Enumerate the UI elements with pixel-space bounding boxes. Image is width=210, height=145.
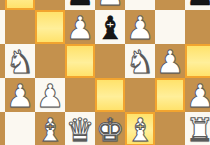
square-b1[interactable]: [5, 112, 35, 145]
white-pawn-piece[interactable]: ♟: [6, 79, 35, 113]
square-h5[interactable]: ♟: [185, 0, 210, 10]
square-f1[interactable]: ♝: [125, 112, 155, 145]
square-c3[interactable]: [35, 44, 65, 78]
white-rook-piece[interactable]: ♜: [186, 113, 210, 145]
square-c1[interactable]: ♝: [35, 112, 65, 145]
square-c2[interactable]: ♟: [35, 78, 65, 112]
square-d3[interactable]: [65, 44, 95, 78]
square-h1[interactable]: ♜: [185, 112, 210, 145]
square-e2[interactable]: [95, 78, 125, 112]
square-g2[interactable]: [155, 78, 185, 112]
white-king-piece[interactable]: ♚: [96, 113, 125, 145]
square-g4[interactable]: [155, 10, 185, 44]
square-f2[interactable]: [125, 78, 155, 112]
white-knight-piece[interactable]: ♞: [126, 45, 155, 79]
square-b2[interactable]: ♟: [5, 78, 35, 112]
square-e4[interactable]: ♝: [95, 10, 125, 44]
square-b4[interactable]: [5, 10, 35, 44]
square-e3[interactable]: [95, 44, 125, 78]
chess-board: ♟♟♟♟♝♟♞♞♟♟♟♟♝♛♚♝♜: [0, 0, 210, 145]
white-pawn-piece[interactable]: ♟: [156, 45, 185, 79]
white-bishop-piece[interactable]: ♝: [36, 113, 65, 145]
white-pawn-piece[interactable]: ♟: [66, 11, 95, 45]
square-c4[interactable]: [35, 10, 65, 44]
square-b3[interactable]: ♞: [5, 44, 35, 78]
square-h3[interactable]: [185, 44, 210, 78]
white-bishop-piece[interactable]: ♝: [126, 113, 155, 145]
white-pawn-piece[interactable]: ♟: [36, 79, 65, 113]
white-queen-piece[interactable]: ♛: [66, 113, 95, 145]
square-e1[interactable]: ♚: [95, 112, 125, 145]
square-d1[interactable]: ♛: [65, 112, 95, 145]
black-bishop-piece[interactable]: ♝: [96, 11, 125, 45]
square-h2[interactable]: ♟: [185, 78, 210, 112]
chess-board-viewport: ♟♟♟♟♝♟♞♞♟♟♟♟♝♛♚♝♜: [0, 0, 210, 145]
white-pawn-piece[interactable]: ♟: [186, 79, 210, 113]
white-knight-piece[interactable]: ♞: [6, 45, 35, 79]
square-c5[interactable]: [35, 0, 65, 10]
square-b5[interactable]: [5, 0, 35, 10]
square-d2[interactable]: [65, 78, 95, 112]
square-g5[interactable]: [155, 0, 185, 10]
square-g3[interactable]: ♟: [155, 44, 185, 78]
square-f3[interactable]: ♞: [125, 44, 155, 78]
square-f4[interactable]: ♟: [125, 10, 155, 44]
white-pawn-piece[interactable]: ♟: [126, 11, 155, 45]
square-h4[interactable]: [185, 10, 210, 44]
square-g1[interactable]: [155, 112, 185, 145]
square-d4[interactable]: ♟: [65, 10, 95, 44]
